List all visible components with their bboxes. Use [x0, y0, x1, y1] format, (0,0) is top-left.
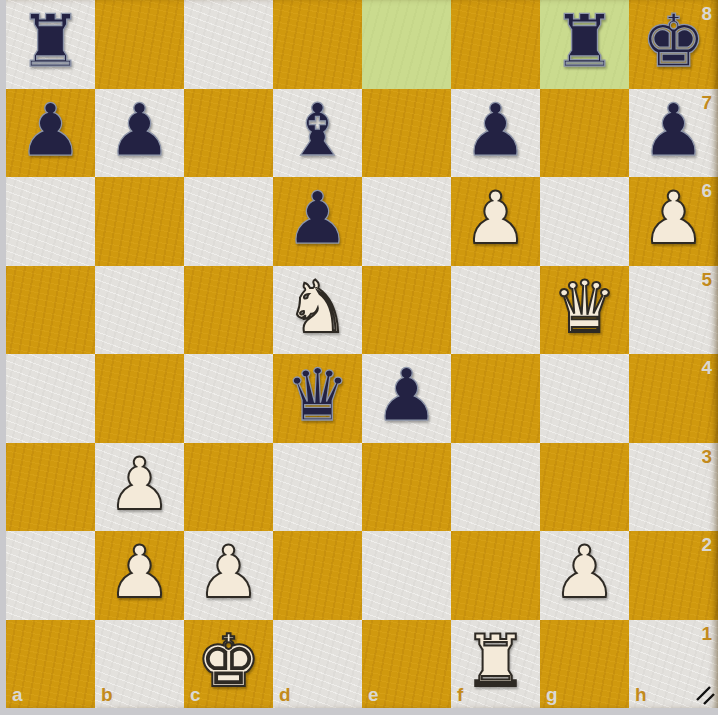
black-pawn[interactable]: ♟ — [641, 94, 706, 166]
black-queen[interactable]: ♛ — [285, 359, 350, 431]
square-e1[interactable]: e — [362, 620, 451, 709]
square-f5[interactable] — [451, 266, 540, 355]
square-g1[interactable]: g — [540, 620, 629, 709]
square-g7[interactable] — [540, 89, 629, 178]
square-b6[interactable] — [95, 177, 184, 266]
rank-label-3: 3 — [701, 447, 712, 466]
white-pawn[interactable]: ♟ — [196, 536, 261, 608]
black-pawn[interactable]: ♟ — [463, 94, 528, 166]
square-e7[interactable] — [362, 89, 451, 178]
white-queen[interactable]: ♛ — [552, 271, 617, 343]
black-rook[interactable]: ♜ — [552, 5, 617, 77]
file-label-g: g — [546, 685, 558, 704]
square-b1[interactable]: b — [95, 620, 184, 709]
square-f3[interactable] — [451, 443, 540, 532]
square-a8[interactable]: ♜ — [6, 0, 95, 89]
square-a3[interactable] — [6, 443, 95, 532]
square-a5[interactable] — [6, 266, 95, 355]
file-label-b: b — [101, 685, 113, 704]
file-label-d: d — [279, 685, 291, 704]
square-f8[interactable] — [451, 0, 540, 89]
square-c5[interactable] — [184, 266, 273, 355]
rank-label-5: 5 — [701, 270, 712, 289]
square-c3[interactable] — [184, 443, 273, 532]
square-d4[interactable]: ♛ — [273, 354, 362, 443]
chess-board: ♜♜8♚♟♟♝♟7♟♟♟6♟♞♛5♛♟4♟3♟♟♟2abc♚def♜g1h — [6, 0, 718, 708]
square-d1[interactable]: d — [273, 620, 362, 709]
black-king[interactable]: ♚ — [641, 5, 706, 77]
file-label-h: h — [635, 685, 647, 704]
square-d2[interactable] — [273, 531, 362, 620]
white-pawn[interactable]: ♟ — [107, 448, 172, 520]
square-h7[interactable]: 7♟ — [629, 89, 718, 178]
square-d3[interactable] — [273, 443, 362, 532]
square-c7[interactable] — [184, 89, 273, 178]
square-f1[interactable]: f♜ — [451, 620, 540, 709]
square-g5[interactable]: ♛ — [540, 266, 629, 355]
white-pawn[interactable]: ♟ — [107, 536, 172, 608]
square-g6[interactable] — [540, 177, 629, 266]
square-g3[interactable] — [540, 443, 629, 532]
square-c1[interactable]: c♚ — [184, 620, 273, 709]
square-e5[interactable] — [362, 266, 451, 355]
file-label-e: e — [368, 685, 379, 704]
white-king[interactable]: ♚ — [196, 625, 261, 697]
square-f7[interactable]: ♟ — [451, 89, 540, 178]
square-h2[interactable]: 2 — [629, 531, 718, 620]
white-pawn[interactable]: ♟ — [463, 182, 528, 254]
square-f6[interactable]: ♟ — [451, 177, 540, 266]
black-pawn[interactable]: ♟ — [285, 182, 350, 254]
square-a1[interactable]: a — [6, 620, 95, 709]
square-h3[interactable]: 3 — [629, 443, 718, 532]
square-a6[interactable] — [6, 177, 95, 266]
black-pawn[interactable]: ♟ — [18, 94, 83, 166]
square-g4[interactable] — [540, 354, 629, 443]
square-a7[interactable]: ♟ — [6, 89, 95, 178]
square-h5[interactable]: 5 — [629, 266, 718, 355]
square-f4[interactable] — [451, 354, 540, 443]
square-e6[interactable] — [362, 177, 451, 266]
square-e2[interactable] — [362, 531, 451, 620]
square-d6[interactable]: ♟ — [273, 177, 362, 266]
square-b8[interactable] — [95, 0, 184, 89]
square-b4[interactable] — [95, 354, 184, 443]
square-e3[interactable] — [362, 443, 451, 532]
black-bishop[interactable]: ♝ — [285, 94, 350, 166]
square-e8[interactable] — [362, 0, 451, 89]
rank-label-4: 4 — [701, 358, 712, 377]
square-f2[interactable] — [451, 531, 540, 620]
square-h4[interactable]: 4 — [629, 354, 718, 443]
square-b7[interactable]: ♟ — [95, 89, 184, 178]
white-knight[interactable]: ♞ — [285, 271, 350, 343]
square-d8[interactable] — [273, 0, 362, 89]
square-g2[interactable]: ♟ — [540, 531, 629, 620]
square-h8[interactable]: 8♚ — [629, 0, 718, 89]
resize-handle-icon[interactable] — [695, 685, 715, 705]
black-pawn[interactable]: ♟ — [374, 359, 439, 431]
square-a4[interactable] — [6, 354, 95, 443]
square-g8[interactable]: ♜ — [540, 0, 629, 89]
rank-label-2: 2 — [701, 535, 712, 554]
square-c2[interactable]: ♟ — [184, 531, 273, 620]
square-c4[interactable] — [184, 354, 273, 443]
square-c8[interactable] — [184, 0, 273, 89]
black-pawn[interactable]: ♟ — [107, 94, 172, 166]
square-b5[interactable] — [95, 266, 184, 355]
square-e4[interactable]: ♟ — [362, 354, 451, 443]
white-rook[interactable]: ♜ — [463, 625, 528, 697]
square-a2[interactable] — [6, 531, 95, 620]
square-d7[interactable]: ♝ — [273, 89, 362, 178]
black-rook[interactable]: ♜ — [18, 5, 83, 77]
square-b3[interactable]: ♟ — [95, 443, 184, 532]
square-c6[interactable] — [184, 177, 273, 266]
square-h1[interactable]: 1h — [629, 620, 718, 709]
white-pawn[interactable]: ♟ — [641, 182, 706, 254]
white-pawn[interactable]: ♟ — [552, 536, 617, 608]
square-d5[interactable]: ♞ — [273, 266, 362, 355]
rank-label-1: 1 — [701, 624, 712, 643]
square-h6[interactable]: 6♟ — [629, 177, 718, 266]
square-b2[interactable]: ♟ — [95, 531, 184, 620]
page: ♜♜8♚♟♟♝♟7♟♟♟6♟♞♛5♛♟4♟3♟♟♟2abc♚def♜g1h — [0, 0, 718, 715]
file-label-a: a — [12, 685, 23, 704]
